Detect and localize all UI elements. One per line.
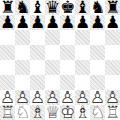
piece-black-knight: ♞ (15, 0, 30, 15)
board-square-d3[interactable] (45, 75, 60, 90)
piece-black-pawn: ♟ (45, 15, 60, 30)
piece-black-pawn: ♟ (75, 15, 90, 30)
piece-black-pawn: ♟ (30, 15, 45, 30)
board-square-h1[interactable]: ♜♖ (105, 105, 120, 120)
piece-black-pawn: ♟ (15, 15, 30, 30)
board-square-a3[interactable] (0, 75, 15, 90)
board-square-c7[interactable]: ♟ (30, 15, 45, 30)
board-square-f8[interactable]: ♝ (75, 0, 90, 15)
board-square-d5[interactable] (45, 45, 60, 60)
piece-white-queen: ♕ (45, 105, 60, 120)
board-square-e2[interactable]: ♟♙ (60, 90, 75, 105)
board-square-c1[interactable]: ♝♗ (30, 105, 45, 120)
board-square-d8[interactable]: ♛ (45, 0, 60, 15)
piece-white-bishop: ♗ (30, 105, 45, 120)
board-square-b3[interactable] (15, 75, 30, 90)
piece-white-rook-fill: ♜ (0, 105, 15, 120)
piece-white-rook: ♖ (105, 105, 120, 120)
piece-white-pawn-fill: ♟ (75, 90, 90, 105)
piece-black-knight: ♞ (90, 0, 105, 15)
board-square-h3[interactable] (105, 75, 120, 90)
board-square-f2[interactable]: ♟♙ (75, 90, 90, 105)
board-square-d4[interactable] (45, 60, 60, 75)
piece-white-pawn: ♙ (90, 90, 105, 105)
board-square-c2[interactable]: ♟♙ (30, 90, 45, 105)
board-square-a2[interactable]: ♟♙ (0, 90, 15, 105)
board-square-e3[interactable] (60, 75, 75, 90)
piece-white-pawn: ♙ (60, 90, 75, 105)
board-square-g8[interactable]: ♞ (90, 0, 105, 15)
piece-white-pawn-fill: ♟ (60, 90, 75, 105)
board-square-b6[interactable] (15, 30, 30, 45)
piece-white-bishop: ♗ (75, 105, 90, 120)
piece-white-bishop-fill: ♝ (30, 105, 45, 120)
board-square-e8[interactable]: ♚ (60, 0, 75, 15)
board-square-a6[interactable] (0, 30, 15, 45)
board-square-b8[interactable]: ♞ (15, 0, 30, 15)
board-square-g3[interactable] (90, 75, 105, 90)
piece-white-bishop-fill: ♝ (75, 105, 90, 120)
board-square-a1[interactable]: ♜♖ (0, 105, 15, 120)
board-square-e4[interactable] (60, 60, 75, 75)
piece-white-pawn: ♙ (105, 90, 120, 105)
board-square-a4[interactable] (0, 60, 15, 75)
board-square-g7[interactable]: ♟ (90, 15, 105, 30)
piece-white-king: ♔ (60, 105, 75, 120)
board-square-e6[interactable] (60, 30, 75, 45)
board-square-d1[interactable]: ♛♕ (45, 105, 60, 120)
board-square-c6[interactable] (30, 30, 45, 45)
board-square-c5[interactable] (30, 45, 45, 60)
board-square-f6[interactable] (75, 30, 90, 45)
board-square-d2[interactable]: ♟♙ (45, 90, 60, 105)
board-square-g4[interactable] (90, 60, 105, 75)
piece-white-rook-fill: ♜ (105, 105, 120, 120)
board-square-h2[interactable]: ♟♙ (105, 90, 120, 105)
piece-black-king: ♚ (60, 0, 75, 15)
chess-board: ♜♞♝♛♚♝♞♜♟♟♟♟♟♟♟♟♟♙♟♙♟♙♟♙♟♙♟♙♟♙♟♙♜♖♞♘♝♗♛♕… (0, 0, 120, 120)
piece-black-rook: ♜ (0, 0, 15, 15)
piece-black-pawn: ♟ (90, 15, 105, 30)
piece-black-queen: ♛ (45, 0, 60, 15)
piece-black-rook: ♜ (105, 0, 120, 15)
board-square-e7[interactable]: ♟ (60, 15, 75, 30)
board-square-g2[interactable]: ♟♙ (90, 90, 105, 105)
board-square-f1[interactable]: ♝♗ (75, 105, 90, 120)
piece-black-bishop: ♝ (30, 0, 45, 15)
piece-white-pawn-fill: ♟ (105, 90, 120, 105)
piece-black-pawn: ♟ (60, 15, 75, 30)
board-square-f7[interactable]: ♟ (75, 15, 90, 30)
piece-white-knight: ♘ (90, 105, 105, 120)
piece-white-queen-fill: ♛ (45, 105, 60, 120)
board-square-e1[interactable]: ♚♔ (60, 105, 75, 120)
board-square-a5[interactable] (0, 45, 15, 60)
piece-black-pawn: ♟ (0, 15, 15, 30)
board-square-h4[interactable] (105, 60, 120, 75)
piece-white-pawn-fill: ♟ (45, 90, 60, 105)
board-square-h5[interactable] (105, 45, 120, 60)
piece-white-pawn: ♙ (30, 90, 45, 105)
board-square-a7[interactable]: ♟ (0, 15, 15, 30)
board-square-f5[interactable] (75, 45, 90, 60)
board-square-b2[interactable]: ♟♙ (15, 90, 30, 105)
piece-white-knight-fill: ♞ (15, 105, 30, 120)
board-square-h6[interactable] (105, 30, 120, 45)
piece-white-pawn-fill: ♟ (0, 90, 15, 105)
piece-white-knight-fill: ♞ (90, 105, 105, 120)
board-square-g6[interactable] (90, 30, 105, 45)
board-square-b1[interactable]: ♞♘ (15, 105, 30, 120)
piece-black-pawn: ♟ (105, 15, 120, 30)
board-square-a8[interactable]: ♜ (0, 0, 15, 15)
piece-white-pawn-fill: ♟ (90, 90, 105, 105)
board-square-h7[interactable]: ♟ (105, 15, 120, 30)
board-square-b7[interactable]: ♟ (15, 15, 30, 30)
board-square-d6[interactable] (45, 30, 60, 45)
piece-white-pawn: ♙ (0, 90, 15, 105)
board-square-g5[interactable] (90, 45, 105, 60)
piece-black-bishop: ♝ (75, 0, 90, 15)
board-square-d7[interactable]: ♟ (45, 15, 60, 30)
piece-white-king-fill: ♚ (60, 105, 75, 120)
board-square-g1[interactable]: ♞♘ (90, 105, 105, 120)
piece-white-pawn: ♙ (45, 90, 60, 105)
piece-white-pawn-fill: ♟ (15, 90, 30, 105)
board-square-c4[interactable] (30, 60, 45, 75)
board-square-e5[interactable] (60, 45, 75, 60)
board-square-c8[interactable]: ♝ (30, 0, 45, 15)
piece-white-pawn: ♙ (15, 90, 30, 105)
board-square-c3[interactable] (30, 75, 45, 90)
piece-white-pawn-fill: ♟ (30, 90, 45, 105)
board-square-f4[interactable] (75, 60, 90, 75)
piece-white-knight: ♘ (15, 105, 30, 120)
piece-white-pawn: ♙ (75, 90, 90, 105)
board-square-f3[interactable] (75, 75, 90, 90)
board-square-h8[interactable]: ♜ (105, 0, 120, 15)
board-square-b4[interactable] (15, 60, 30, 75)
board-square-b5[interactable] (15, 45, 30, 60)
piece-white-rook: ♖ (0, 105, 15, 120)
